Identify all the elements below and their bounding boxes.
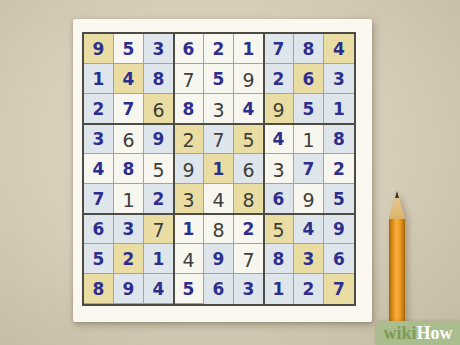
cell-r3c6[interactable]: 4	[234, 94, 264, 124]
digit: 4	[303, 219, 315, 239]
digit: 6	[122, 129, 134, 151]
cell-r4c8[interactable]: 1	[294, 124, 324, 154]
digit: 7	[242, 249, 254, 271]
cell-r4c7[interactable]: 4	[264, 124, 294, 154]
cell-r7c1[interactable]: 6	[84, 214, 114, 244]
cell-r6c6[interactable]: 8	[234, 184, 264, 214]
cell-r9c9[interactable]: 7	[324, 274, 354, 304]
cell-r6c9[interactable]: 5	[324, 184, 354, 214]
digit: 6	[213, 279, 225, 299]
cell-r1c6[interactable]: 1	[234, 34, 264, 64]
digit: 5	[333, 189, 345, 209]
digit: 4	[182, 249, 194, 271]
cell-r7c6[interactable]: 2	[234, 214, 264, 244]
sudoku-grid: 9536217841487592632768349513692754184859…	[82, 32, 356, 306]
digit: 2	[273, 69, 285, 89]
box-separator-line	[84, 123, 354, 125]
digit: 6	[93, 219, 105, 239]
digit: 3	[182, 189, 194, 211]
digit: 3	[153, 39, 165, 59]
cell-r8c7[interactable]: 8	[264, 244, 294, 274]
cell-r3c1[interactable]: 2	[84, 94, 114, 124]
cell-r6c5[interactable]: 4	[204, 184, 234, 214]
cell-r2c7[interactable]: 2	[264, 64, 294, 94]
digit: 9	[182, 159, 194, 181]
digit: 3	[303, 249, 315, 269]
digit: 7	[212, 129, 224, 151]
digit: 5	[303, 99, 315, 119]
cell-r3c9[interactable]: 1	[324, 94, 354, 124]
digit: 2	[182, 129, 194, 151]
digit: 3	[243, 279, 255, 299]
photo-background: 9536217841487592632768349513692754184859…	[0, 0, 460, 345]
cell-r9c5[interactable]: 6	[204, 274, 234, 304]
cell-r8c8[interactable]: 3	[294, 244, 324, 274]
cell-r6c7[interactable]: 6	[264, 184, 294, 214]
digit: 2	[93, 99, 105, 119]
cell-r7c5[interactable]: 8	[204, 214, 234, 244]
digit: 9	[123, 279, 135, 299]
cell-r2c4[interactable]: 7	[174, 64, 204, 94]
cell-r2c6[interactable]: 9	[234, 64, 264, 94]
digit: 6	[273, 189, 285, 209]
digit: 9	[272, 99, 284, 121]
digit: 6	[242, 159, 254, 181]
cell-r8c5[interactable]: 9	[204, 244, 234, 274]
digit: 8	[273, 249, 285, 269]
cell-r8c2[interactable]: 2	[114, 244, 144, 274]
cell-r6c8[interactable]: 9	[294, 184, 324, 214]
digit: 3	[123, 219, 135, 239]
digit: 8	[123, 159, 135, 179]
digit: 5	[183, 279, 195, 299]
cell-r4c5[interactable]: 7	[204, 124, 234, 154]
cell-r5c4[interactable]: 9	[174, 154, 204, 184]
digit: 4	[243, 99, 255, 119]
cell-r8c3[interactable]: 1	[144, 244, 174, 274]
digit: 1	[153, 249, 165, 269]
digit: 8	[183, 99, 195, 119]
digit: 4	[153, 279, 165, 299]
cell-r9c2[interactable]: 9	[114, 274, 144, 304]
cell-r1c3[interactable]: 3	[144, 34, 174, 64]
cell-r8c4[interactable]: 4	[174, 244, 204, 274]
digit: 2	[333, 159, 345, 179]
cell-r3c2[interactable]: 7	[114, 94, 144, 124]
cell-r2c3[interactable]: 8	[144, 64, 174, 94]
cell-r1c5[interactable]: 2	[204, 34, 234, 64]
digit: 9	[333, 219, 345, 239]
cell-r8c9[interactable]: 6	[324, 244, 354, 274]
cell-r1c1[interactable]: 9	[84, 34, 114, 64]
cell-r4c6[interactable]: 5	[234, 124, 264, 154]
digit: 1	[183, 219, 195, 239]
cell-r2c8[interactable]: 6	[294, 64, 324, 94]
cell-r3c3[interactable]: 6	[144, 94, 174, 124]
cell-r4c9[interactable]: 8	[324, 124, 354, 154]
digit: 4	[273, 129, 285, 149]
cell-r7c3[interactable]: 7	[144, 214, 174, 244]
digit: 2	[303, 279, 315, 299]
cell-r3c7[interactable]: 9	[264, 94, 294, 124]
cell-r8c6[interactable]: 7	[234, 244, 264, 274]
digit: 7	[333, 279, 345, 299]
cell-r6c2[interactable]: 1	[114, 184, 144, 214]
digit: 1	[122, 189, 134, 211]
cell-r7c8[interactable]: 4	[294, 214, 324, 244]
cell-r3c4[interactable]: 8	[174, 94, 204, 124]
cell-r6c1[interactable]: 7	[84, 184, 114, 214]
cell-r1c9[interactable]: 4	[324, 34, 354, 64]
digit: 3	[272, 159, 284, 181]
cell-r3c5[interactable]: 3	[204, 94, 234, 124]
digit: 4	[93, 159, 105, 179]
cell-r2c5[interactable]: 5	[204, 64, 234, 94]
cell-r6c3[interactable]: 2	[144, 184, 174, 214]
cell-r7c2[interactable]: 3	[114, 214, 144, 244]
digit: 9	[242, 69, 254, 91]
cell-r2c2[interactable]: 4	[114, 64, 144, 94]
digit: 1	[273, 279, 285, 299]
cell-r7c4[interactable]: 1	[174, 214, 204, 244]
cell-r1c2[interactable]: 5	[114, 34, 144, 64]
digit: 7	[182, 69, 194, 91]
cell-r4c1[interactable]: 3	[84, 124, 114, 154]
cell-r7c9[interactable]: 9	[324, 214, 354, 244]
digit: 1	[213, 159, 225, 179]
digit: 9	[153, 129, 165, 149]
digit: 8	[333, 129, 345, 149]
digit: 9	[93, 39, 105, 59]
cell-r7c7[interactable]: 5	[264, 214, 294, 244]
cell-r1c4[interactable]: 6	[174, 34, 204, 64]
cell-r5c5[interactable]: 1	[204, 154, 234, 184]
digit: 1	[93, 69, 105, 89]
digit: 5	[272, 219, 284, 241]
digit: 4	[212, 189, 224, 211]
puzzle-paper: 9536217841487592632768349513692754184859…	[73, 19, 372, 322]
pencil-tip-icon	[389, 191, 405, 219]
digit: 6	[303, 69, 315, 89]
cell-r5c8[interactable]: 7	[294, 154, 324, 184]
digit: 5	[93, 249, 105, 269]
cell-r5c9[interactable]: 2	[324, 154, 354, 184]
digit: 9	[302, 189, 314, 211]
cell-r3c8[interactable]: 5	[294, 94, 324, 124]
digit: 6	[333, 249, 345, 269]
digit: 3	[93, 129, 105, 149]
wikihow-wiki-text: wiki	[383, 324, 416, 342]
cell-r9c4[interactable]: 5	[174, 274, 204, 304]
digit: 5	[123, 39, 135, 59]
cell-r9c8[interactable]: 2	[294, 274, 324, 304]
digit: 4	[333, 39, 345, 59]
cell-r5c3[interactable]: 5	[144, 154, 174, 184]
cell-r9c7[interactable]: 1	[264, 274, 294, 304]
digit: 7	[152, 219, 164, 241]
wikihow-watermark: wikiHow	[376, 321, 460, 345]
cell-r6c4[interactable]: 3	[174, 184, 204, 214]
digit: 5	[152, 159, 164, 181]
cell-r9c1[interactable]: 8	[84, 274, 114, 304]
digit: 8	[242, 189, 254, 211]
digit: 5	[213, 69, 225, 89]
digit: 3	[333, 69, 345, 89]
digit: 5	[242, 129, 254, 151]
digit: 1	[333, 99, 345, 119]
digit: 8	[93, 279, 105, 299]
cell-r1c7[interactable]: 7	[264, 34, 294, 64]
digit: 7	[303, 159, 315, 179]
digit: 2	[213, 39, 225, 59]
digit: 1	[243, 39, 255, 59]
cell-r9c3[interactable]: 4	[144, 274, 174, 304]
cell-r5c2[interactable]: 8	[114, 154, 144, 184]
cell-r4c3[interactable]: 9	[144, 124, 174, 154]
digit: 2	[153, 189, 165, 209]
digit: 8	[212, 219, 224, 241]
digit: 9	[213, 249, 225, 269]
cell-r2c9[interactable]: 3	[324, 64, 354, 94]
cell-r4c2[interactable]: 6	[114, 124, 144, 154]
box-separator-line	[263, 34, 265, 304]
cell-r5c7[interactable]: 3	[264, 154, 294, 184]
digit: 7	[93, 189, 105, 209]
digit: 4	[123, 69, 135, 89]
digit: 2	[243, 219, 255, 239]
digit: 8	[153, 69, 165, 89]
cell-r5c6[interactable]: 6	[234, 154, 264, 184]
cell-r5c1[interactable]: 4	[84, 154, 114, 184]
digit: 7	[273, 39, 285, 59]
cell-r4c4[interactable]: 2	[174, 124, 204, 154]
cell-r2c1[interactable]: 1	[84, 64, 114, 94]
digit: 2	[123, 249, 135, 269]
cell-r9c6[interactable]: 3	[234, 274, 264, 304]
digit: 6	[152, 99, 164, 121]
cell-r1c8[interactable]: 8	[294, 34, 324, 64]
digit: 1	[302, 129, 314, 151]
box-separator-line	[84, 213, 354, 215]
wikihow-how-text: How	[417, 324, 453, 342]
box-separator-line	[173, 34, 175, 304]
digit: 7	[123, 99, 135, 119]
cell-r8c1[interactable]: 5	[84, 244, 114, 274]
digit: 3	[212, 99, 224, 121]
digit: 8	[303, 39, 315, 59]
digit: 6	[183, 39, 195, 59]
